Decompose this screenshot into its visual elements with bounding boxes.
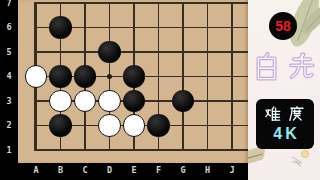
black-stone xyxy=(49,114,72,137)
hanzi-xian-glyph xyxy=(287,52,316,81)
star-point xyxy=(107,74,112,79)
white-stone xyxy=(98,114,121,137)
black-stone xyxy=(147,114,170,137)
black-stone xyxy=(123,65,146,88)
row-label: 4 xyxy=(1,71,17,82)
difficulty-label: 难度 xyxy=(263,106,307,124)
info-panel: 58 白先 难度 xyxy=(248,0,320,180)
white-stone xyxy=(25,65,48,88)
grid-line-horizontal xyxy=(34,2,248,4)
column-label: F xyxy=(152,165,166,176)
column-label: G xyxy=(176,165,190,176)
column-label: H xyxy=(201,165,215,176)
column-label: D xyxy=(103,165,117,176)
white-stone xyxy=(123,114,146,137)
column-label: C xyxy=(78,165,92,176)
grid-line-horizontal xyxy=(34,149,248,151)
hanzi-bai-glyph xyxy=(252,52,281,81)
black-stone xyxy=(98,41,121,64)
row-label: 3 xyxy=(1,96,17,107)
black-stone xyxy=(49,16,72,39)
flower-icon xyxy=(288,146,312,170)
white-stone xyxy=(49,90,72,113)
difficulty-value: 4K xyxy=(273,125,299,142)
column-label: E xyxy=(127,165,141,176)
column-label: A xyxy=(29,165,43,176)
row-label: 7 xyxy=(1,0,17,9)
black-stone xyxy=(74,65,97,88)
white-stone xyxy=(98,90,121,113)
column-label: J xyxy=(225,165,239,176)
go-board: 7654321 ABCDEFGHJ xyxy=(0,0,248,180)
hanzi-du-glyph xyxy=(289,106,305,122)
row-label: 2 xyxy=(1,120,17,131)
difficulty-badge: 难度 4K xyxy=(256,99,314,149)
row-label: 5 xyxy=(1,47,17,58)
screenshot-root: 7654321 ABCDEFGHJ 58 白先 xyxy=(0,0,320,180)
problem-number-badge: 58 xyxy=(269,12,297,40)
black-stone xyxy=(49,65,72,88)
white-to-play-label: 白先 xyxy=(248,52,320,81)
hanzi-nan-glyph xyxy=(265,106,281,122)
column-label: B xyxy=(54,165,68,176)
problem-number: 58 xyxy=(275,18,291,34)
row-label: 6 xyxy=(1,22,17,33)
row-label: 1 xyxy=(1,145,17,156)
grid-line-horizontal xyxy=(34,51,248,52)
